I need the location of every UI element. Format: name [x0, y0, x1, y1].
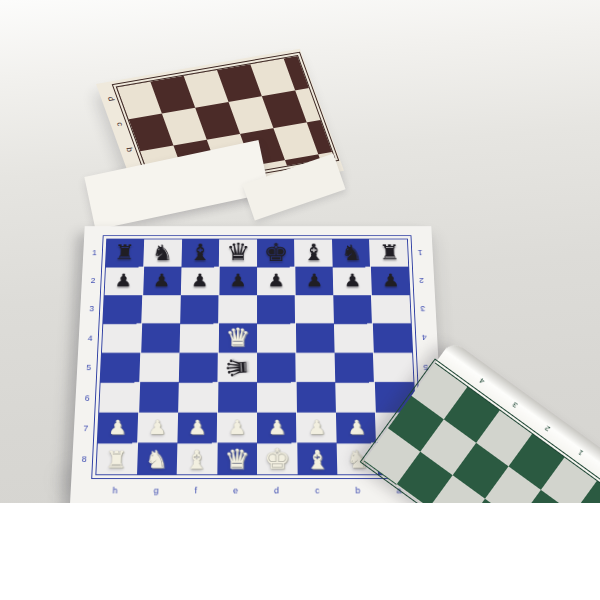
rank-label-1: 1 — [418, 248, 423, 256]
file-label-b: b — [124, 147, 134, 153]
file-label-e: e — [233, 486, 238, 496]
rank-label-3: 3 — [421, 305, 426, 314]
blue-board-area: ♜♞♝♛♚♝♞♜♟♟♟♟♟♟♟♟♛♛♟♟♟♟♟♟♟♟♜♞♝♛♚♝♞♜ — [95, 239, 418, 476]
file-label-c: c — [115, 122, 125, 127]
file-label-d: d — [274, 486, 279, 496]
rank-label-8: 8 — [81, 455, 86, 464]
blue-bottom-labels: hgfedcba — [94, 482, 420, 499]
rank-label-4: 4 — [422, 333, 427, 342]
rank-label-3: 3 — [511, 399, 520, 409]
file-label-f: f — [194, 486, 197, 496]
rank-label-7: 7 — [83, 424, 88, 433]
product-photo: dcba 8765 12345678 1234567 hgfedcba ♜♞♝♛… — [0, 0, 600, 503]
rank-label-3: 3 — [89, 305, 94, 314]
file-label-h: h — [112, 486, 117, 496]
pieces-layer: ♜♞♝♛♚♝♞♜♟♟♟♟♟♟♟♟♛♛♟♟♟♟♟♟♟♟♜♞♝♛♚♝♞♜ — [95, 239, 418, 476]
rank-label-4: 4 — [478, 376, 487, 386]
rank-label-2: 2 — [543, 423, 552, 433]
rank-label-4: 4 — [88, 334, 93, 343]
file-label-c: c — [315, 486, 320, 496]
rank-label-2: 2 — [91, 276, 96, 284]
file-label-d: d — [106, 96, 116, 102]
rank-label-6: 6 — [85, 393, 90, 402]
file-label-g: g — [153, 486, 158, 496]
rank-label-1: 1 — [576, 447, 585, 457]
rank-label-5: 5 — [424, 363, 429, 372]
rank-label-1: 1 — [92, 248, 97, 256]
file-label-b: b — [355, 486, 360, 496]
rank-label-2: 2 — [419, 276, 424, 284]
rank-label-5: 5 — [86, 363, 91, 372]
